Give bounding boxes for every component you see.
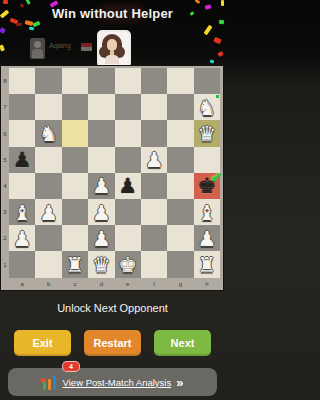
square-g4[interactable] — [167, 173, 193, 199]
opponent-thumbnail — [30, 38, 45, 59]
square-f4[interactable] — [141, 173, 167, 199]
file-label: e — [115, 279, 141, 289]
game-result-screen: Win without Helper Aqiang 87654321 ♞♞♛♟♟… — [0, 0, 225, 400]
square-g7[interactable] — [167, 94, 193, 120]
chess-board[interactable]: 87654321 ♞♞♛♟♟♟♟♚✔♝♟♟♝♟♟♟♜♛♚♜ abcdefgh — [1, 66, 223, 290]
opponent-flag-icon — [81, 43, 92, 51]
restart-button[interactable]: Restart — [84, 330, 141, 356]
square-h4[interactable]: ♚✔ — [194, 173, 220, 199]
square-b7[interactable] — [35, 94, 61, 120]
square-f3[interactable] — [141, 199, 167, 225]
square-g2[interactable] — [167, 225, 193, 251]
square-e5[interactable] — [115, 147, 141, 173]
white-queen[interactable]: ♛ — [198, 123, 217, 144]
bar-chart-icon — [42, 375, 58, 390]
square-f5[interactable]: ♟ — [141, 147, 167, 173]
square-e3[interactable] — [115, 199, 141, 225]
file-label: h — [194, 279, 220, 289]
white-pawn[interactable]: ♟ — [198, 228, 217, 249]
confetti-piece — [32, 21, 40, 28]
square-c1[interactable]: ♜ — [62, 251, 88, 277]
opponent-name: Aqiang — [49, 42, 71, 49]
square-c7[interactable] — [62, 94, 88, 120]
next-button[interactable]: Next — [154, 330, 211, 356]
rank-label: 8 — [1, 68, 9, 94]
square-e1[interactable]: ♚ — [115, 251, 141, 277]
square-c8[interactable] — [62, 68, 88, 94]
square-h7[interactable]: ♞ — [194, 94, 220, 120]
rank-labels: 87654321 — [1, 68, 9, 278]
square-e4[interactable]: ♟ — [115, 173, 141, 199]
square-h8[interactable] — [194, 68, 220, 94]
square-e2[interactable] — [115, 225, 141, 251]
square-f1[interactable] — [141, 251, 167, 277]
file-label: g — [167, 279, 193, 289]
square-c3[interactable] — [62, 199, 88, 225]
square-d6[interactable] — [88, 120, 114, 146]
checkmark-icon: ✔ — [210, 169, 222, 185]
opponent-thumbnail-bust — [32, 49, 43, 58]
square-a6[interactable] — [9, 120, 35, 146]
square-g6[interactable] — [167, 120, 193, 146]
square-a4[interactable] — [9, 173, 35, 199]
square-c5[interactable] — [62, 147, 88, 173]
white-pawn[interactable]: ♟ — [39, 202, 58, 223]
confetti-piece — [25, 0, 31, 5]
white-pawn[interactable]: ♟ — [92, 175, 111, 196]
confetti-piece — [0, 44, 5, 51]
white-pawn[interactable]: ♟ — [13, 228, 32, 249]
black-pawn[interactable]: ♟ — [118, 175, 137, 196]
white-pawn[interactable]: ♟ — [92, 228, 111, 249]
white-rook[interactable]: ♜ — [66, 254, 85, 275]
square-b2[interactable] — [35, 225, 61, 251]
confetti-piece — [217, 51, 223, 57]
file-label: c — [62, 279, 88, 289]
confetti-piece — [16, 23, 22, 27]
square-b6[interactable]: ♞ — [35, 120, 61, 146]
square-a8[interactable] — [9, 68, 35, 94]
white-knight[interactable]: ♞ — [198, 97, 217, 118]
rank-label: 5 — [1, 147, 9, 173]
result-title: Win without Helper — [0, 6, 225, 21]
square-a5[interactable]: ♟ — [9, 147, 35, 173]
analysis-link[interactable]: View Post-Match Analysis — [63, 377, 172, 388]
square-g5[interactable] — [167, 147, 193, 173]
square-b4[interactable] — [35, 173, 61, 199]
square-g1[interactable] — [167, 251, 193, 277]
square-h3[interactable]: ♝ — [194, 199, 220, 225]
square-d8[interactable] — [88, 68, 114, 94]
square-h6[interactable]: ♛ — [194, 120, 220, 146]
confetti-piece — [203, 25, 212, 35]
rank-label: 4 — [1, 173, 9, 199]
rank-label: 7 — [1, 94, 9, 120]
white-bishop[interactable]: ♝ — [13, 202, 32, 223]
rank-label: 2 — [1, 225, 9, 251]
file-label: f — [141, 279, 167, 289]
square-a2[interactable]: ♟ — [9, 225, 35, 251]
player-avatar — [97, 30, 131, 68]
avatar-face — [107, 39, 117, 51]
square-g3[interactable] — [167, 199, 193, 225]
square-b5[interactable] — [35, 147, 61, 173]
square-e7[interactable] — [115, 94, 141, 120]
post-match-analysis-bar[interactable]: View Post-Match Analysis » — [8, 368, 217, 396]
white-king[interactable]: ♚ — [118, 254, 137, 275]
confetti-piece — [195, 0, 201, 4]
opponent-thumbnail-head — [34, 41, 41, 48]
square-f6[interactable] — [141, 120, 167, 146]
square-g8[interactable] — [167, 68, 193, 94]
white-rook[interactable]: ♜ — [198, 254, 217, 275]
confetti-piece — [0, 27, 6, 34]
square-a3[interactable]: ♝ — [9, 199, 35, 225]
square-d7[interactable] — [88, 94, 114, 120]
square-e8[interactable] — [115, 68, 141, 94]
square-d4[interactable]: ♟ — [88, 173, 114, 199]
confetti-piece — [29, 27, 34, 30]
file-label: a — [9, 279, 35, 289]
square-c6[interactable] — [62, 120, 88, 146]
square-d2[interactable]: ♟ — [88, 225, 114, 251]
square-b3[interactable]: ♟ — [35, 199, 61, 225]
square-c4[interactable] — [62, 173, 88, 199]
square-e6[interactable] — [115, 120, 141, 146]
white-pawn[interactable]: ♟ — [145, 149, 164, 170]
square-f2[interactable] — [141, 225, 167, 251]
white-pawn[interactable]: ♟ — [92, 202, 111, 223]
square-a7[interactable] — [9, 94, 35, 120]
file-label: d — [88, 279, 114, 289]
confetti-piece — [3, 0, 8, 4]
square-f8[interactable] — [141, 68, 167, 94]
square-b8[interactable] — [35, 68, 61, 94]
square-d1[interactable]: ♛ — [88, 251, 114, 277]
rank-label: 3 — [1, 199, 9, 225]
square-d3[interactable]: ♟ — [88, 199, 114, 225]
exit-button[interactable]: Exit — [14, 330, 71, 356]
square-b1[interactable] — [35, 251, 61, 277]
white-bishop[interactable]: ♝ — [198, 202, 217, 223]
green-dot-marker — [216, 95, 219, 98]
white-knight[interactable]: ♞ — [39, 123, 58, 144]
square-f7[interactable] — [141, 94, 167, 120]
rank-label: 6 — [1, 120, 9, 146]
analysis-badge: 4 — [62, 361, 80, 372]
square-h2[interactable]: ♟ — [194, 225, 220, 251]
square-a1[interactable] — [9, 251, 35, 277]
black-pawn[interactable]: ♟ — [13, 149, 32, 170]
file-labels: abcdefgh — [9, 279, 220, 289]
white-queen[interactable]: ♛ — [92, 254, 111, 275]
square-d5[interactable] — [88, 147, 114, 173]
unlock-message: Unlock Next Opponent — [0, 302, 225, 314]
confetti-piece — [210, 60, 215, 64]
confetti-piece — [213, 37, 221, 44]
double-chevron-icon: » — [176, 376, 183, 389]
rank-label: 1 — [1, 251, 9, 277]
file-label: b — [35, 279, 61, 289]
square-c2[interactable] — [62, 225, 88, 251]
action-buttons: ExitRestartNext — [0, 330, 225, 356]
square-h1[interactable]: ♜ — [194, 251, 220, 277]
board-grid[interactable]: ♞♞♛♟♟♟♟♚✔♝♟♟♝♟♟♟♜♛♚♜ — [9, 68, 220, 278]
